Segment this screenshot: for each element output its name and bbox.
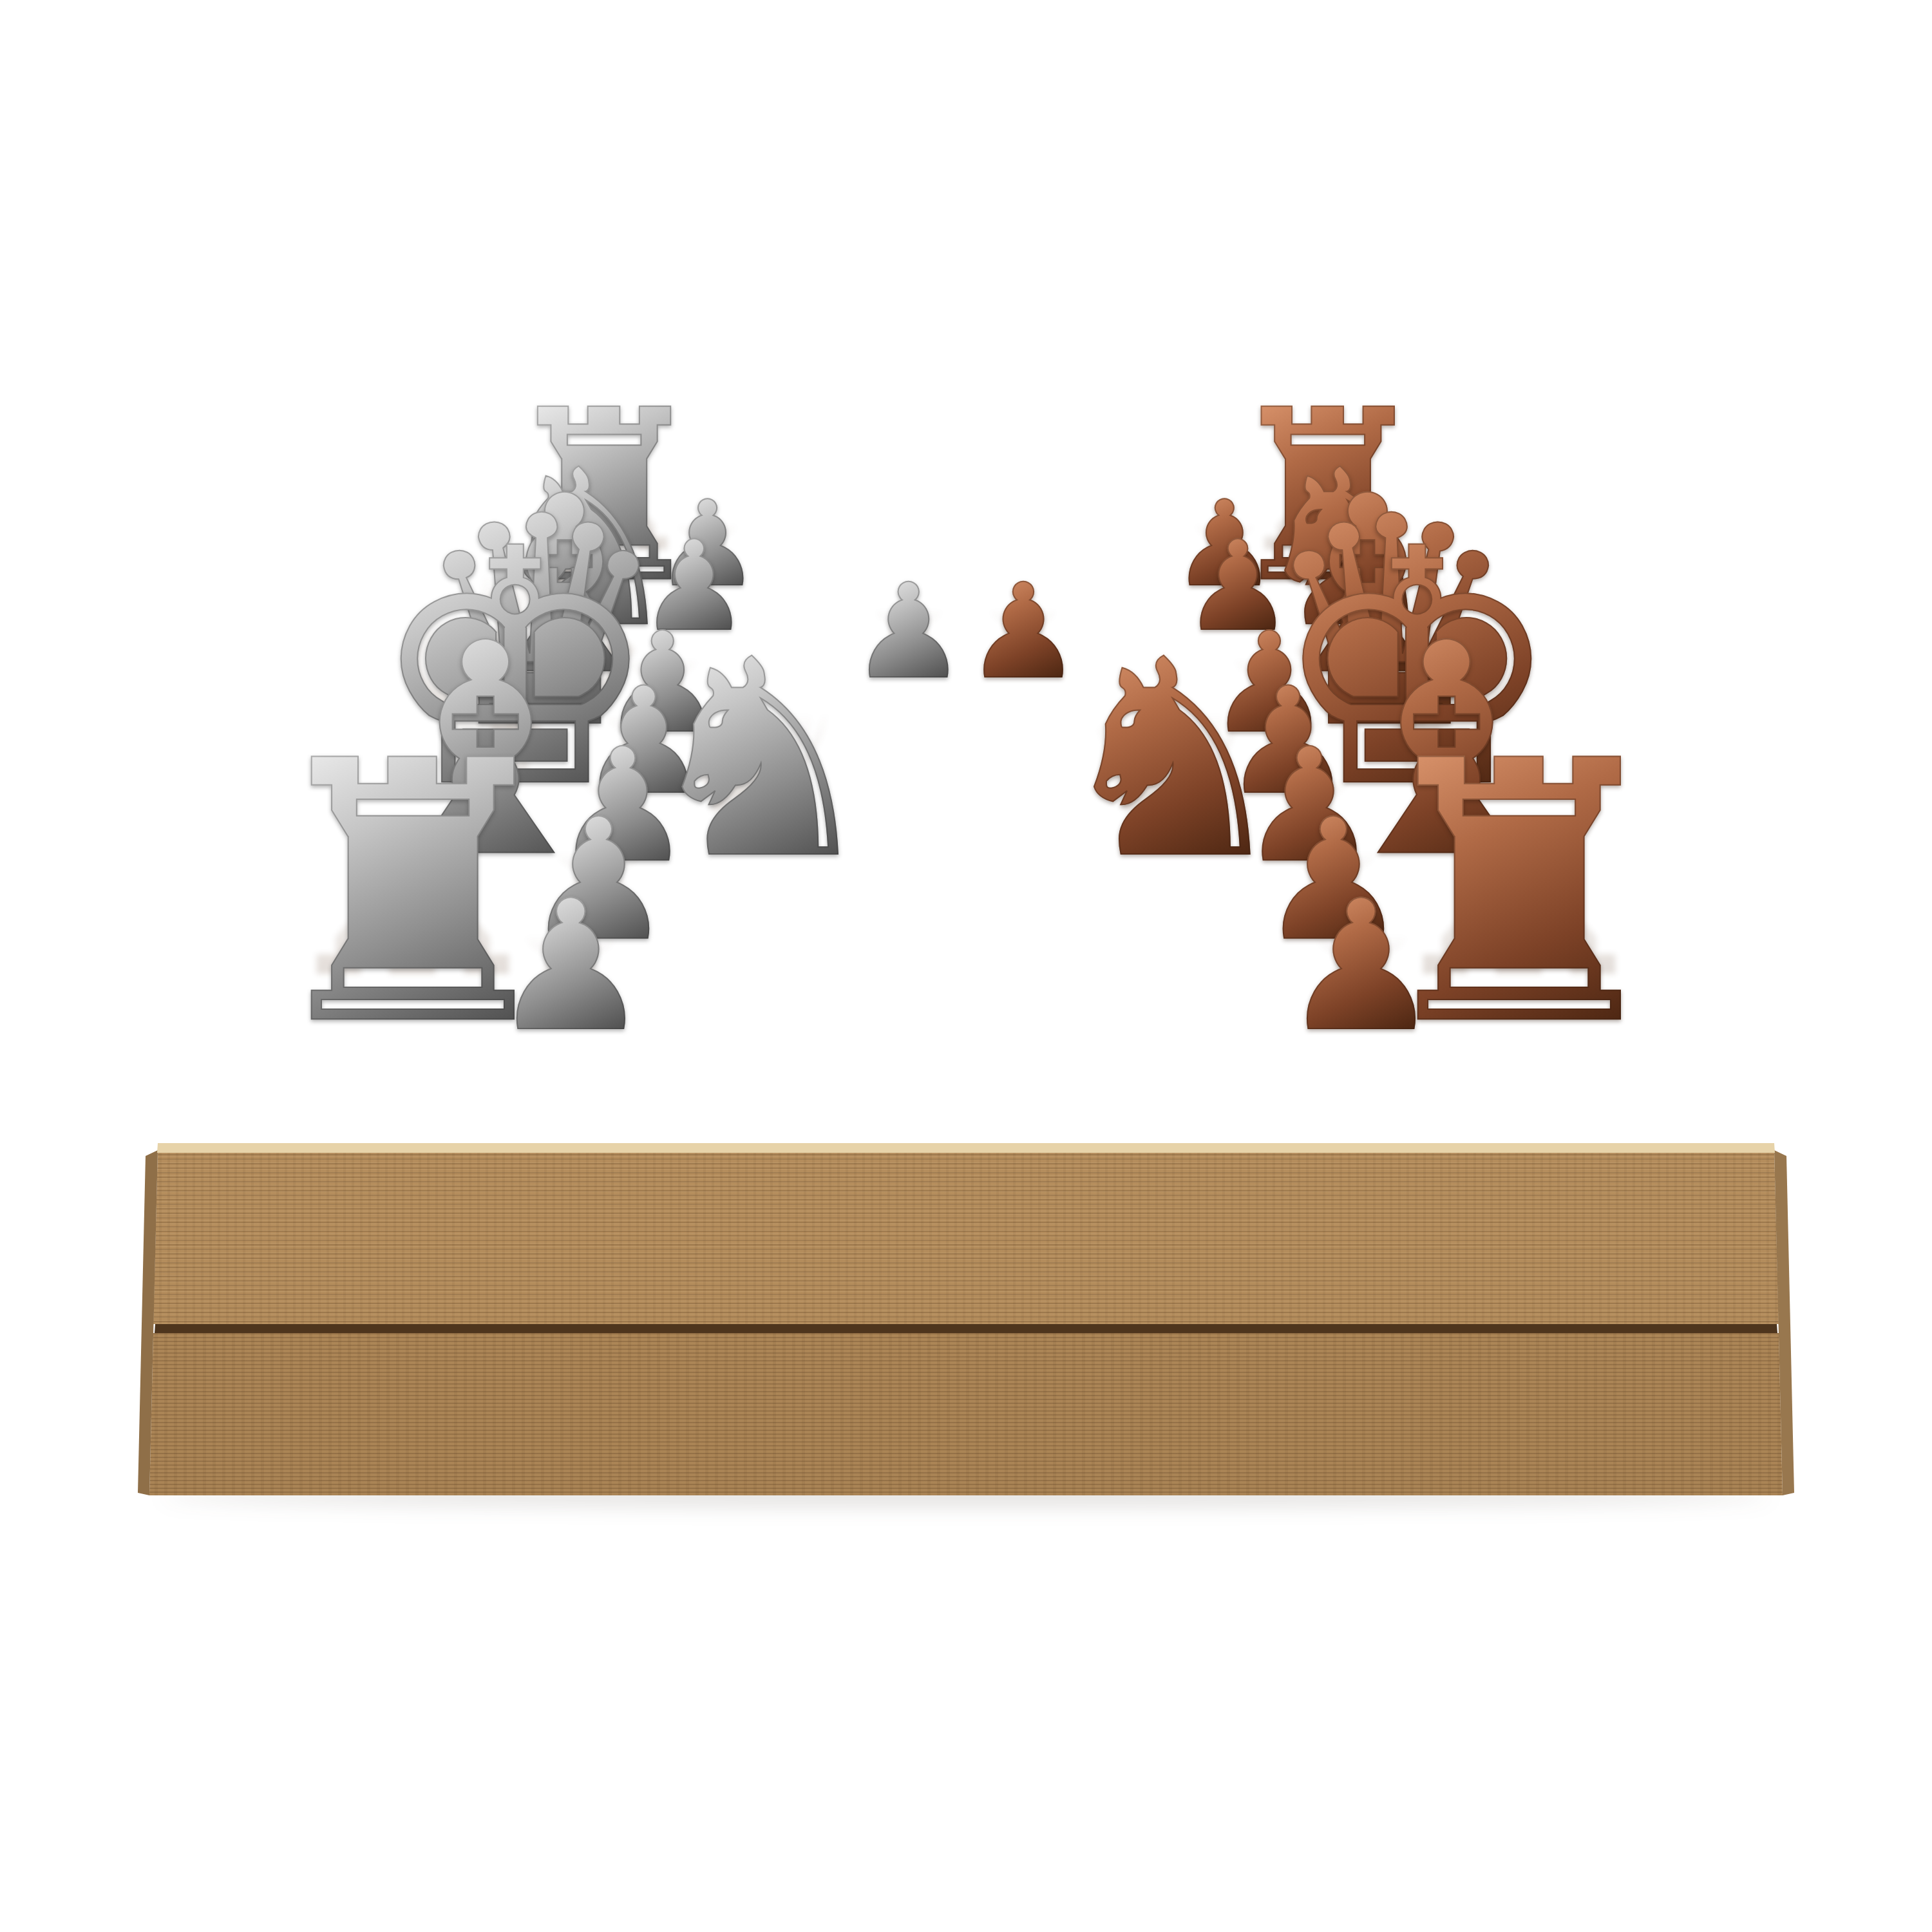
product-photo-scene: 12345678hhggffeeddccbbaa ♜♟♜♟♞♟♞♟♝♟♝♟♛♟♛… [0,0,1932,1932]
pieces-layer: ♜♟♜♟♞♟♞♟♝♟♝♟♛♟♛♟♚♟♚♟♝♟♞♝♟♞♟♟♜♟♜♟ [0,0,1932,1932]
chess-piece-black-rook-h8[interactable]: ♜ [1519,1038,1841,1397]
chess-piece-white-pawn-h2[interactable]: ♟ [571,1038,732,1218]
chess-piece-black-pawn-h7[interactable]: ♟ [1361,1038,1522,1218]
chess-piece-white-knight-f3[interactable]: ♞ [760,869,1004,1141]
